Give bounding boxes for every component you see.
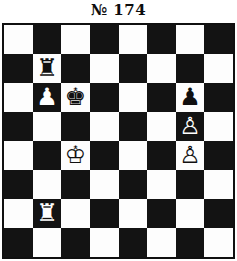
piece-black-rook-b7: ♜ xyxy=(36,56,58,80)
square-g5: ♙ xyxy=(176,112,205,141)
square-b4 xyxy=(33,141,62,170)
square-a6 xyxy=(4,83,33,112)
square-e3 xyxy=(119,170,148,199)
square-e4 xyxy=(119,141,148,170)
square-b5 xyxy=(33,112,62,141)
square-f6 xyxy=(147,83,176,112)
square-f8 xyxy=(147,25,176,54)
square-d7 xyxy=(90,54,119,83)
chess-board: ♜♟♚♟♙♔♙♜ xyxy=(2,23,235,259)
square-f2 xyxy=(147,199,176,228)
square-e2 xyxy=(119,199,148,228)
square-d3 xyxy=(90,170,119,199)
square-h3 xyxy=(204,170,233,199)
square-g1 xyxy=(176,228,205,257)
square-a3 xyxy=(4,170,33,199)
square-c5 xyxy=(61,112,90,141)
square-h7 xyxy=(204,54,233,83)
square-g6: ♟ xyxy=(176,83,205,112)
square-c4: ♔ xyxy=(61,141,90,170)
piece-white-pawn-g4: ♙ xyxy=(179,143,201,167)
square-c3 xyxy=(61,170,90,199)
square-d1 xyxy=(90,228,119,257)
square-a5 xyxy=(4,112,33,141)
square-c8 xyxy=(61,25,90,54)
square-a2 xyxy=(4,199,33,228)
piece-black-pawn-b6: ♟ xyxy=(36,85,58,109)
piece-black-king-c6: ♚ xyxy=(65,85,87,109)
square-f4 xyxy=(147,141,176,170)
square-f3 xyxy=(147,170,176,199)
piece-white-pawn-g5: ♙ xyxy=(179,114,201,138)
square-d2 xyxy=(90,199,119,228)
square-f1 xyxy=(147,228,176,257)
square-b2: ♜ xyxy=(33,199,62,228)
square-h8 xyxy=(204,25,233,54)
piece-black-rook-b2: ♜ xyxy=(36,201,58,225)
square-e1 xyxy=(119,228,148,257)
square-a4 xyxy=(4,141,33,170)
square-g3 xyxy=(176,170,205,199)
square-a1 xyxy=(4,228,33,257)
square-h2 xyxy=(204,199,233,228)
puzzle-number: № 174 xyxy=(0,0,237,21)
square-e8 xyxy=(119,25,148,54)
square-g7 xyxy=(176,54,205,83)
square-e7 xyxy=(119,54,148,83)
square-e6 xyxy=(119,83,148,112)
square-h5 xyxy=(204,112,233,141)
square-b1 xyxy=(33,228,62,257)
square-c2 xyxy=(61,199,90,228)
square-c7 xyxy=(61,54,90,83)
square-e5 xyxy=(119,112,148,141)
square-c6: ♚ xyxy=(61,83,90,112)
piece-white-king-c4: ♔ xyxy=(65,143,87,167)
square-a7 xyxy=(4,54,33,83)
square-d5 xyxy=(90,112,119,141)
square-h1 xyxy=(204,228,233,257)
square-b3 xyxy=(33,170,62,199)
square-d8 xyxy=(90,25,119,54)
square-h4 xyxy=(204,141,233,170)
square-g4: ♙ xyxy=(176,141,205,170)
square-g8 xyxy=(176,25,205,54)
square-b6: ♟ xyxy=(33,83,62,112)
square-f5 xyxy=(147,112,176,141)
square-c1 xyxy=(61,228,90,257)
square-b8 xyxy=(33,25,62,54)
square-h6 xyxy=(204,83,233,112)
square-a8 xyxy=(4,25,33,54)
piece-black-pawn-g6: ♟ xyxy=(179,85,201,109)
square-b7: ♜ xyxy=(33,54,62,83)
square-d6 xyxy=(90,83,119,112)
square-f7 xyxy=(147,54,176,83)
square-d4 xyxy=(90,141,119,170)
square-g2 xyxy=(176,199,205,228)
